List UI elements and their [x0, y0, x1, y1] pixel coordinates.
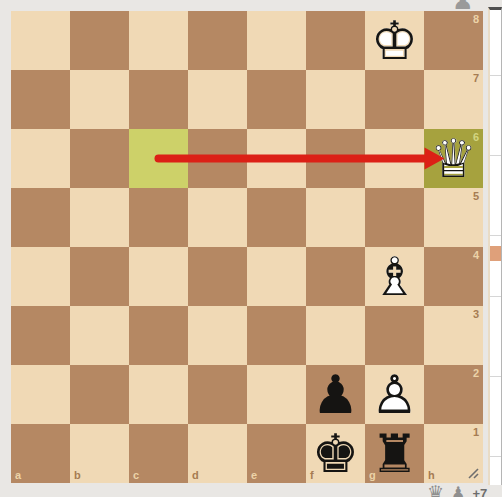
- square-h5[interactable]: [424, 188, 483, 247]
- square-h4[interactable]: [424, 247, 483, 306]
- strip-divider: [490, 456, 501, 457]
- material-display: ♛ ♟ +7: [427, 483, 487, 497]
- captured-queen-icon: ♛: [427, 483, 444, 497]
- black-pawn[interactable]: ♟: [306, 365, 365, 424]
- square-c3[interactable]: [129, 306, 188, 365]
- square-g3[interactable]: [365, 306, 424, 365]
- square-g2[interactable]: ♟♙: [365, 365, 424, 424]
- square-b8[interactable]: [70, 11, 129, 70]
- square-g8[interactable]: ♚♔: [365, 11, 424, 70]
- square-b3[interactable]: [70, 306, 129, 365]
- side-strip-highlight[interactable]: [490, 246, 501, 261]
- square-c7[interactable]: [129, 70, 188, 129]
- piece-glyph: ♟: [306, 365, 365, 424]
- square-b5[interactable]: [70, 188, 129, 247]
- square-b1[interactable]: [70, 424, 129, 483]
- square-f2[interactable]: ♟: [306, 365, 365, 424]
- square-a8[interactable]: [11, 11, 70, 70]
- square-a1[interactable]: [11, 424, 70, 483]
- square-g5[interactable]: [365, 188, 424, 247]
- material-advantage: +7: [472, 483, 487, 497]
- square-d3[interactable]: [188, 306, 247, 365]
- square-e3[interactable]: [247, 306, 306, 365]
- square-e7[interactable]: [247, 70, 306, 129]
- square-f8[interactable]: [306, 11, 365, 70]
- piece-outline: ♕: [424, 129, 483, 188]
- square-a3[interactable]: [11, 306, 70, 365]
- strip-divider: [490, 155, 501, 156]
- square-h3[interactable]: [424, 306, 483, 365]
- square-a7[interactable]: [11, 70, 70, 129]
- square-c2[interactable]: [129, 365, 188, 424]
- side-panel-strip[interactable]: [488, 7, 502, 485]
- square-h8[interactable]: [424, 11, 483, 70]
- square-e4[interactable]: [247, 247, 306, 306]
- square-f4[interactable]: [306, 247, 365, 306]
- square-e8[interactable]: [247, 11, 306, 70]
- captured-pawn-icon: ♟: [452, 0, 474, 15]
- square-a6[interactable]: [11, 129, 70, 188]
- square-e2[interactable]: [247, 365, 306, 424]
- square-a2[interactable]: [11, 365, 70, 424]
- captured-pawn-small-icon: ♟: [451, 483, 465, 497]
- white-pawn[interactable]: ♟♙: [365, 365, 424, 424]
- black-king[interactable]: ♚: [306, 424, 365, 483]
- square-g1[interactable]: ♜: [365, 424, 424, 483]
- square-b2[interactable]: [70, 365, 129, 424]
- square-h6[interactable]: ♛♕: [424, 129, 483, 188]
- square-c6[interactable]: [129, 129, 188, 188]
- square-g6[interactable]: [365, 129, 424, 188]
- square-f1[interactable]: ♚: [306, 424, 365, 483]
- square-h7[interactable]: [424, 70, 483, 129]
- square-g4[interactable]: ♝♗: [365, 247, 424, 306]
- square-c1[interactable]: [129, 424, 188, 483]
- chess-board: ♚♔♛♕♝♗♟♟♙♚♜abcdefgh87654321: [11, 11, 483, 483]
- board-resize-handle-icon[interactable]: [465, 465, 479, 479]
- square-c4[interactable]: [129, 247, 188, 306]
- square-f7[interactable]: [306, 70, 365, 129]
- square-f3[interactable]: [306, 306, 365, 365]
- square-b6[interactable]: [70, 129, 129, 188]
- square-d6[interactable]: [188, 129, 247, 188]
- square-e1[interactable]: [247, 424, 306, 483]
- piece-glyph: ♜: [365, 424, 424, 483]
- square-e5[interactable]: [247, 188, 306, 247]
- square-d5[interactable]: [188, 188, 247, 247]
- square-d8[interactable]: [188, 11, 247, 70]
- square-f6[interactable]: [306, 129, 365, 188]
- square-c5[interactable]: [129, 188, 188, 247]
- square-e6[interactable]: [247, 129, 306, 188]
- square-b7[interactable]: [70, 70, 129, 129]
- piece-outline: ♔: [365, 11, 424, 70]
- black-rook[interactable]: ♜: [365, 424, 424, 483]
- square-g7[interactable]: [365, 70, 424, 129]
- square-d2[interactable]: [188, 365, 247, 424]
- square-d1[interactable]: [188, 424, 247, 483]
- piece-outline: ♗: [365, 247, 424, 306]
- square-b4[interactable]: [70, 247, 129, 306]
- strip-divider: [490, 296, 501, 297]
- strip-divider: [490, 235, 501, 236]
- strip-divider: [490, 376, 501, 377]
- square-a5[interactable]: [11, 188, 70, 247]
- piece-glyph: ♚: [306, 424, 365, 483]
- square-a4[interactable]: [11, 247, 70, 306]
- white-queen[interactable]: ♛♕: [424, 129, 483, 188]
- strip-divider: [490, 75, 501, 76]
- square-d4[interactable]: [188, 247, 247, 306]
- square-d7[interactable]: [188, 70, 247, 129]
- white-king[interactable]: ♚♔: [365, 11, 424, 70]
- white-bishop[interactable]: ♝♗: [365, 247, 424, 306]
- square-c8[interactable]: [129, 11, 188, 70]
- piece-outline: ♙: [365, 365, 424, 424]
- square-f5[interactable]: [306, 188, 365, 247]
- square-h2[interactable]: [424, 365, 483, 424]
